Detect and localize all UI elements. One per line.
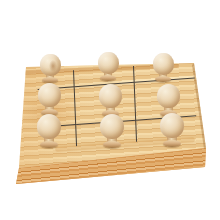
peg-ball: [153, 53, 174, 75]
peg-ball: [160, 113, 184, 138]
peg-r1c2[interactable]: [98, 52, 119, 81]
photo-scene: [0, 0, 220, 220]
peg-ball: [98, 52, 119, 74]
peg-ball: [37, 114, 61, 139]
peg-ball: [40, 54, 61, 76]
peg-ball: [157, 84, 180, 108]
peg-base: [100, 75, 116, 81]
peg-r3c3[interactable]: [160, 113, 184, 147]
peg-ball: [100, 114, 124, 139]
peg-ball: [38, 83, 61, 107]
peg-r3c1[interactable]: [37, 114, 61, 148]
peg-r3c2[interactable]: [100, 114, 124, 148]
peg-base: [40, 141, 58, 148]
peg-base: [155, 76, 171, 82]
peg-base: [103, 141, 121, 148]
peg-ball: [99, 84, 122, 108]
peg-base: [163, 140, 181, 147]
peg-knot-mark: [49, 60, 58, 72]
peg-r1c1[interactable]: [40, 54, 61, 83]
peg-r2c2[interactable]: [99, 84, 122, 117]
peg-r1c3[interactable]: [153, 53, 174, 82]
peg-r2c1[interactable]: [38, 83, 61, 116]
